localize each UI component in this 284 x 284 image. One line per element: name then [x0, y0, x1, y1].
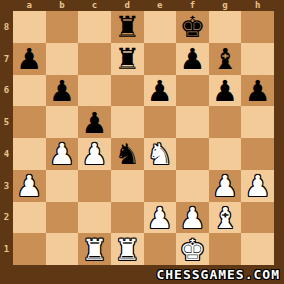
square-h4[interactable]	[241, 138, 274, 170]
square-h1[interactable]	[241, 233, 274, 265]
square-a5[interactable]	[13, 106, 46, 138]
watermark-text: CHESSGAMES.COM	[156, 267, 280, 282]
square-c2[interactable]	[78, 202, 111, 234]
piece-black-pawn[interactable]: ♟	[245, 77, 271, 106]
file-label-e: e	[144, 0, 177, 11]
square-e5[interactable]	[144, 106, 177, 138]
square-d1[interactable]: ♜	[111, 233, 144, 265]
square-g5[interactable]	[209, 106, 242, 138]
square-e1[interactable]	[144, 233, 177, 265]
square-c7[interactable]	[78, 43, 111, 75]
square-c4[interactable]: ♟	[78, 138, 111, 170]
piece-white-rook[interactable]: ♜	[82, 236, 108, 265]
square-a8[interactable]	[13, 11, 46, 43]
piece-white-rook[interactable]: ♜	[114, 236, 140, 265]
rank-label-7: 7	[0, 43, 13, 75]
file-label-c: c	[78, 0, 111, 11]
square-a3[interactable]: ♟	[13, 170, 46, 202]
square-f8[interactable]: ♚	[176, 11, 209, 43]
square-g4[interactable]	[209, 138, 242, 170]
rank-label-6: 6	[0, 75, 13, 107]
piece-black-pawn[interactable]: ♟	[147, 77, 173, 106]
file-label-d: d	[111, 0, 144, 11]
square-a1[interactable]	[13, 233, 46, 265]
square-h7[interactable]	[241, 43, 274, 75]
square-f6[interactable]	[176, 75, 209, 107]
square-c3[interactable]	[78, 170, 111, 202]
square-a4[interactable]	[13, 138, 46, 170]
piece-black-pawn[interactable]: ♟	[179, 45, 205, 74]
square-a6[interactable]	[13, 75, 46, 107]
square-g8[interactable]	[209, 11, 242, 43]
square-g1[interactable]	[209, 233, 242, 265]
square-h5[interactable]	[241, 106, 274, 138]
square-d6[interactable]	[111, 75, 144, 107]
rank-label-3: 3	[0, 170, 13, 202]
piece-white-pawn[interactable]: ♟	[245, 172, 271, 201]
piece-black-pawn[interactable]: ♟	[49, 77, 75, 106]
rank-label-1: 1	[0, 233, 13, 265]
square-d4[interactable]: ♞	[111, 138, 144, 170]
piece-white-pawn[interactable]: ♟	[16, 172, 42, 201]
piece-white-pawn[interactable]: ♟	[179, 204, 205, 233]
piece-white-bishop[interactable]: ♝	[212, 204, 238, 233]
square-h8[interactable]	[241, 11, 274, 43]
square-d3[interactable]	[111, 170, 144, 202]
piece-black-pawn[interactable]: ♟	[212, 77, 238, 106]
rank-label-8: 8	[0, 11, 13, 43]
chess-diagram: abcdefgh 87654321 ♜♚♟♜♟♝♟♟♟♟♟♟♟♞♞♟♟♟♟♟♝♜…	[0, 0, 284, 284]
piece-black-pawn[interactable]: ♟	[82, 109, 108, 138]
square-e7[interactable]	[144, 43, 177, 75]
square-c6[interactable]	[78, 75, 111, 107]
square-a7[interactable]: ♟	[13, 43, 46, 75]
square-b2[interactable]	[46, 202, 79, 234]
square-h2[interactable]	[241, 202, 274, 234]
file-label-h: h	[241, 0, 274, 11]
piece-black-king[interactable]: ♚	[179, 13, 205, 42]
square-g2[interactable]: ♝	[209, 202, 242, 234]
square-g3[interactable]: ♟	[209, 170, 242, 202]
square-e4[interactable]: ♞	[144, 138, 177, 170]
chess-board: ♜♚♟♜♟♝♟♟♟♟♟♟♟♞♞♟♟♟♟♟♝♜♜♚	[13, 11, 274, 265]
piece-white-knight[interactable]: ♞	[147, 140, 173, 169]
piece-white-pawn[interactable]: ♟	[212, 172, 238, 201]
rank-label-4: 4	[0, 138, 13, 170]
square-e8[interactable]	[144, 11, 177, 43]
square-e6[interactable]: ♟	[144, 75, 177, 107]
piece-black-rook[interactable]: ♜	[114, 45, 140, 74]
rank-label-5: 5	[0, 106, 13, 138]
square-c8[interactable]	[78, 11, 111, 43]
square-f5[interactable]	[176, 106, 209, 138]
file-label-g: g	[209, 0, 242, 11]
square-f7[interactable]: ♟	[176, 43, 209, 75]
file-labels: abcdefgh	[13, 0, 274, 11]
square-g6[interactable]: ♟	[209, 75, 242, 107]
rank-labels: 87654321	[0, 11, 13, 265]
square-e3[interactable]	[144, 170, 177, 202]
piece-black-knight[interactable]: ♞	[114, 140, 140, 169]
piece-black-bishop[interactable]: ♝	[212, 45, 238, 74]
square-h3[interactable]: ♟	[241, 170, 274, 202]
square-e2[interactable]: ♟	[144, 202, 177, 234]
square-f3[interactable]	[176, 170, 209, 202]
square-a2[interactable]	[13, 202, 46, 234]
square-d5[interactable]	[111, 106, 144, 138]
file-label-f: f	[176, 0, 209, 11]
square-d2[interactable]	[111, 202, 144, 234]
square-d8[interactable]: ♜	[111, 11, 144, 43]
square-d7[interactable]: ♜	[111, 43, 144, 75]
rank-label-2: 2	[0, 202, 13, 234]
square-f4[interactable]	[176, 138, 209, 170]
square-f1[interactable]: ♚	[176, 233, 209, 265]
piece-black-rook[interactable]: ♜	[114, 13, 140, 42]
square-b1[interactable]	[46, 233, 79, 265]
square-b4[interactable]: ♟	[46, 138, 79, 170]
piece-white-pawn[interactable]: ♟	[49, 140, 75, 169]
square-b6[interactable]: ♟	[46, 75, 79, 107]
square-f2[interactable]: ♟	[176, 202, 209, 234]
piece-white-pawn[interactable]: ♟	[147, 204, 173, 233]
piece-black-pawn[interactable]: ♟	[16, 45, 42, 74]
square-b7[interactable]	[46, 43, 79, 75]
piece-white-pawn[interactable]: ♟	[82, 140, 108, 169]
square-h6[interactable]: ♟	[241, 75, 274, 107]
square-g7[interactable]: ♝	[209, 43, 242, 75]
square-b3[interactable]	[46, 170, 79, 202]
square-c1[interactable]: ♜	[78, 233, 111, 265]
square-c5[interactable]: ♟	[78, 106, 111, 138]
file-label-b: b	[46, 0, 79, 11]
square-b8[interactable]	[46, 11, 79, 43]
file-label-a: a	[13, 0, 46, 11]
square-b5[interactable]	[46, 106, 79, 138]
piece-white-king[interactable]: ♚	[179, 236, 205, 265]
